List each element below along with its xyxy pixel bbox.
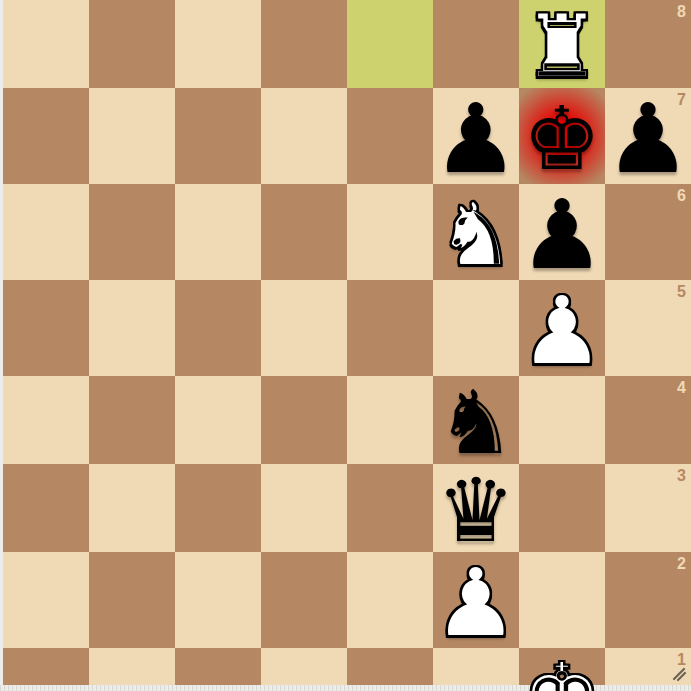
- square-h5[interactable]: 5: [605, 280, 691, 376]
- square-d6[interactable]: [261, 184, 347, 280]
- square-f2[interactable]: ♟︎: [433, 552, 519, 648]
- square-c8[interactable]: [175, 0, 261, 88]
- square-g8[interactable]: ♜︎: [519, 0, 605, 88]
- resize-grip-icon: [670, 665, 688, 683]
- square-h8[interactable]: 8: [605, 0, 691, 88]
- square-a8[interactable]: [3, 0, 89, 88]
- square-f7[interactable]: ♟︎: [433, 88, 519, 184]
- coord-rank-8: 8: [677, 3, 686, 21]
- square-d2[interactable]: [261, 552, 347, 648]
- square-d4[interactable]: [261, 376, 347, 464]
- square-b8[interactable]: [89, 0, 175, 88]
- square-g2[interactable]: [519, 552, 605, 648]
- coord-rank-2: 2: [677, 555, 686, 573]
- square-f6[interactable]: ♞︎: [433, 184, 519, 280]
- square-c4[interactable]: [175, 376, 261, 464]
- piece-white-pawn-g5[interactable]: ♟︎: [519, 283, 605, 379]
- piece-black-king-g7[interactable]: ♚︎: [522, 95, 601, 183]
- square-a3[interactable]: [3, 464, 89, 552]
- piece-white-rook-g8[interactable]: ♜︎: [522, 3, 601, 91]
- square-c6[interactable]: [175, 184, 261, 280]
- square-a7[interactable]: [3, 88, 89, 184]
- square-e8[interactable]: [347, 0, 433, 88]
- square-b4[interactable]: [89, 376, 175, 464]
- square-g4[interactable]: [519, 376, 605, 464]
- square-d7[interactable]: [261, 88, 347, 184]
- square-g7[interactable]: ♚︎: [519, 88, 605, 184]
- coord-rank-4: 4: [677, 379, 686, 397]
- square-f5[interactable]: [433, 280, 519, 376]
- square-h3[interactable]: 3: [605, 464, 691, 552]
- chess-board[interactable]: ♜︎8♟︎♚︎♟︎7♞︎♟︎6♟︎5♞︎4♛︎3♟︎2abcdef♚︎gh1: [3, 0, 691, 685]
- square-a2[interactable]: [3, 552, 89, 648]
- square-g5[interactable]: ♟︎: [519, 280, 605, 376]
- square-d3[interactable]: [261, 464, 347, 552]
- coord-rank-3: 3: [677, 467, 686, 485]
- coord-rank-5: 5: [677, 283, 686, 301]
- piece-black-queen-f3[interactable]: ♛︎: [436, 467, 515, 555]
- square-b7[interactable]: [89, 88, 175, 184]
- square-g6[interactable]: ♟︎: [519, 184, 605, 280]
- page: ♜︎8♟︎♚︎♟︎7♞︎♟︎6♟︎5♞︎4♛︎3♟︎2abcdef♚︎gh1: [0, 0, 691, 691]
- piece-white-knight-f6[interactable]: ♞︎: [436, 191, 515, 279]
- square-g1[interactable]: ♚︎g: [519, 648, 605, 691]
- square-h2[interactable]: 2: [605, 552, 691, 648]
- square-e6[interactable]: [347, 184, 433, 280]
- square-a4[interactable]: [3, 376, 89, 464]
- piece-white-pawn-f2[interactable]: ♟︎: [433, 555, 519, 651]
- square-e3[interactable]: [347, 464, 433, 552]
- coord-rank-6: 6: [677, 187, 686, 205]
- square-a6[interactable]: [3, 184, 89, 280]
- square-b3[interactable]: [89, 464, 175, 552]
- square-e7[interactable]: [347, 88, 433, 184]
- square-b2[interactable]: [89, 552, 175, 648]
- square-h4[interactable]: 4: [605, 376, 691, 464]
- square-e5[interactable]: [347, 280, 433, 376]
- square-c2[interactable]: [175, 552, 261, 648]
- square-c5[interactable]: [175, 280, 261, 376]
- square-b5[interactable]: [89, 280, 175, 376]
- square-g3[interactable]: [519, 464, 605, 552]
- piece-white-king-g1[interactable]: ♚︎: [522, 651, 601, 691]
- square-d8[interactable]: [261, 0, 347, 88]
- square-f4[interactable]: ♞︎: [433, 376, 519, 464]
- square-e4[interactable]: [347, 376, 433, 464]
- square-f8[interactable]: [433, 0, 519, 88]
- square-h7[interactable]: ♟︎7: [605, 88, 691, 184]
- piece-black-knight-f4[interactable]: ♞︎: [436, 379, 515, 467]
- square-f3[interactable]: ♛︎: [433, 464, 519, 552]
- piece-black-pawn-f7[interactable]: ♟︎: [433, 91, 519, 187]
- coord-rank-7: 7: [677, 91, 686, 109]
- square-c7[interactable]: [175, 88, 261, 184]
- piece-black-pawn-g6[interactable]: ♟︎: [519, 187, 605, 283]
- square-e2[interactable]: [347, 552, 433, 648]
- square-c3[interactable]: [175, 464, 261, 552]
- board-resize-handle[interactable]: [670, 665, 688, 683]
- square-a5[interactable]: [3, 280, 89, 376]
- square-b6[interactable]: [89, 184, 175, 280]
- square-h6[interactable]: 6: [605, 184, 691, 280]
- square-d5[interactable]: [261, 280, 347, 376]
